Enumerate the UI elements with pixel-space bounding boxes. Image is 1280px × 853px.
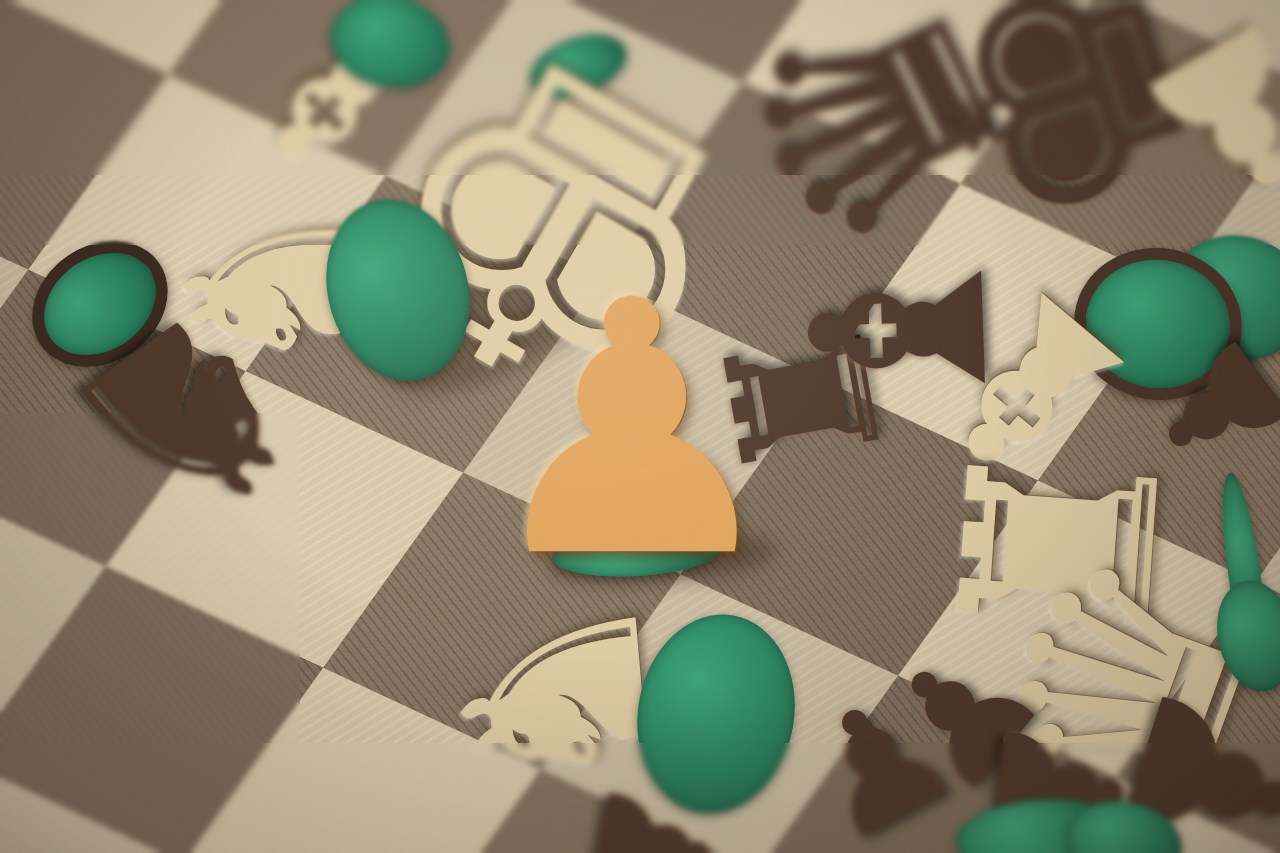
hero-upright-pawn[interactable]: ♟ [475, 255, 789, 605]
pieces-layer: ♚♝♛♚♟♜♝♟♝♞♞♟♜♛♞♟♟♟♟♟ [0, 0, 1280, 853]
chess-photo-scene: ♚♝♛♚♟♜♝♟♝♞♞♟♜♛♞♟♟♟♟♟ [0, 0, 1280, 853]
